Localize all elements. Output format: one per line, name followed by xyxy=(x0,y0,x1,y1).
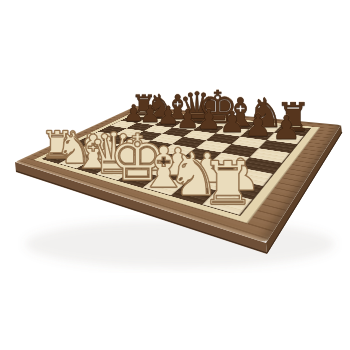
piece-black-pawn-f7[interactable]: ♟ xyxy=(219,108,245,137)
chess-set-photo: ♜♞♝♟♛♟♚♟♝♟♞♟♜♟♟♟♟♟♜♟♞♟♝♟♛♟♚♟♝♟♞♜ xyxy=(0,0,350,350)
piece-black-pawn-g7[interactable]: ♟ xyxy=(244,110,272,141)
board-shadow xyxy=(25,220,335,268)
piece-black-pawn-e7[interactable]: ♟ xyxy=(197,107,222,135)
piece-black-pawn-h7[interactable]: ♟ xyxy=(272,112,301,145)
piece-white-rook-h1[interactable]: ♜ xyxy=(201,153,255,213)
